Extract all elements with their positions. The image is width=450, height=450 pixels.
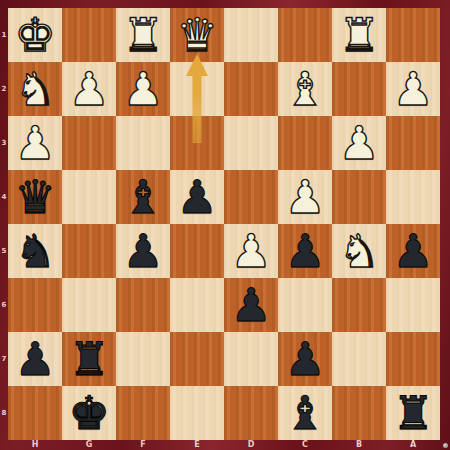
rank-label-6: 6 <box>0 278 8 332</box>
square-f1[interactable]: ♜ <box>116 8 170 62</box>
square-f3[interactable] <box>116 116 170 170</box>
piece-white-knight-b5[interactable]: ♞ <box>332 224 386 278</box>
square-b3[interactable]: ♟ <box>332 116 386 170</box>
square-e2[interactable] <box>170 62 224 116</box>
square-e4[interactable]: ♟ <box>170 170 224 224</box>
piece-white-pawn-b3[interactable]: ♟ <box>332 116 386 170</box>
square-h4[interactable]: ♛ <box>8 170 62 224</box>
rank-label-7: 7 <box>0 332 8 386</box>
piece-black-pawn-a5[interactable]: ♟ <box>386 224 440 278</box>
square-g6[interactable] <box>62 278 116 332</box>
square-g8[interactable]: ♚ <box>62 386 116 440</box>
square-a4[interactable] <box>386 170 440 224</box>
square-f4[interactable]: ♝ <box>116 170 170 224</box>
piece-black-pawn-d6[interactable]: ♟ <box>224 278 278 332</box>
square-h7[interactable]: ♟ <box>8 332 62 386</box>
piece-black-pawn-c7[interactable]: ♟ <box>278 332 332 386</box>
board: ♚♜♛♜♞♟♟♝♟♟♟♛♝♟♟♞♟♟♟♞♟♟♟♜♟♚♝♜ <box>8 8 440 440</box>
square-d4[interactable] <box>224 170 278 224</box>
rank-label-5: 5 <box>0 224 8 278</box>
rank-label-8: 8 <box>0 386 8 440</box>
file-label-f: F <box>116 440 170 450</box>
piece-black-pawn-e4[interactable]: ♟ <box>170 170 224 224</box>
square-g1[interactable] <box>62 8 116 62</box>
square-d1[interactable] <box>224 8 278 62</box>
piece-black-pawn-c5[interactable]: ♟ <box>278 224 332 278</box>
corner-dot <box>443 443 448 448</box>
square-e6[interactable] <box>170 278 224 332</box>
chess-board-window: ♚♜♛♜♞♟♟♝♟♟♟♛♝♟♟♞♟♟♟♞♟♟♟♜♟♚♝♜ 12345678 HG… <box>0 0 450 450</box>
square-d2[interactable] <box>224 62 278 116</box>
file-label-b: B <box>332 440 386 450</box>
square-c7[interactable]: ♟ <box>278 332 332 386</box>
rank-label-2: 2 <box>0 62 8 116</box>
square-f2[interactable]: ♟ <box>116 62 170 116</box>
file-label-c: C <box>278 440 332 450</box>
square-a7[interactable] <box>386 332 440 386</box>
square-h5[interactable]: ♞ <box>8 224 62 278</box>
square-d3[interactable] <box>224 116 278 170</box>
square-c6[interactable] <box>278 278 332 332</box>
piece-white-knight-h2[interactable]: ♞ <box>8 62 62 116</box>
piece-white-pawn-h3[interactable]: ♟ <box>8 116 62 170</box>
square-f8[interactable] <box>116 386 170 440</box>
file-label-d: D <box>224 440 278 450</box>
square-g2[interactable]: ♟ <box>62 62 116 116</box>
square-b8[interactable] <box>332 386 386 440</box>
square-a1[interactable] <box>386 8 440 62</box>
piece-white-pawn-c4[interactable]: ♟ <box>278 170 332 224</box>
square-a5[interactable]: ♟ <box>386 224 440 278</box>
square-g7[interactable]: ♜ <box>62 332 116 386</box>
piece-black-pawn-f5[interactable]: ♟ <box>116 224 170 278</box>
piece-black-king-g8[interactable]: ♚ <box>62 386 116 440</box>
piece-white-pawn-a2[interactable]: ♟ <box>386 62 440 116</box>
square-a3[interactable] <box>386 116 440 170</box>
square-h8[interactable] <box>8 386 62 440</box>
piece-black-knight-h5[interactable]: ♞ <box>8 224 62 278</box>
square-d7[interactable] <box>224 332 278 386</box>
rank-labels: 12345678 <box>0 8 8 440</box>
square-a2[interactable]: ♟ <box>386 62 440 116</box>
square-b2[interactable] <box>332 62 386 116</box>
square-f6[interactable] <box>116 278 170 332</box>
square-c1[interactable] <box>278 8 332 62</box>
square-a6[interactable] <box>386 278 440 332</box>
square-f7[interactable] <box>116 332 170 386</box>
square-f5[interactable]: ♟ <box>116 224 170 278</box>
rank-label-4: 4 <box>0 170 8 224</box>
piece-black-bishop-c8[interactable]: ♝ <box>278 386 332 440</box>
piece-white-rook-b1[interactable]: ♜ <box>332 8 386 62</box>
file-label-e: E <box>170 440 224 450</box>
square-e5[interactable] <box>170 224 224 278</box>
piece-white-bishop-c2[interactable]: ♝ <box>278 62 332 116</box>
square-g4[interactable] <box>62 170 116 224</box>
square-d6[interactable]: ♟ <box>224 278 278 332</box>
square-a8[interactable]: ♜ <box>386 386 440 440</box>
square-b1[interactable]: ♜ <box>332 8 386 62</box>
square-c8[interactable]: ♝ <box>278 386 332 440</box>
square-e3[interactable] <box>170 116 224 170</box>
file-label-a: A <box>386 440 440 450</box>
file-label-h: H <box>8 440 62 450</box>
file-labels: HGFEDCBA <box>8 440 440 450</box>
square-h1[interactable]: ♚ <box>8 8 62 62</box>
square-b4[interactable] <box>332 170 386 224</box>
square-b7[interactable] <box>332 332 386 386</box>
square-h6[interactable] <box>8 278 62 332</box>
piece-black-bishop-f4[interactable]: ♝ <box>116 170 170 224</box>
piece-white-rook-f1[interactable]: ♜ <box>116 8 170 62</box>
piece-white-pawn-d5[interactable]: ♟ <box>224 224 278 278</box>
square-b5[interactable]: ♞ <box>332 224 386 278</box>
piece-white-pawn-f2[interactable]: ♟ <box>116 62 170 116</box>
piece-black-queen-h4[interactable]: ♛ <box>8 170 62 224</box>
square-c5[interactable]: ♟ <box>278 224 332 278</box>
square-e7[interactable] <box>170 332 224 386</box>
square-c4[interactable]: ♟ <box>278 170 332 224</box>
rank-label-1: 1 <box>0 8 8 62</box>
square-e1[interactable]: ♛ <box>170 8 224 62</box>
piece-white-king-h1[interactable]: ♚ <box>8 8 62 62</box>
square-g3[interactable] <box>62 116 116 170</box>
square-e8[interactable] <box>170 386 224 440</box>
piece-black-pawn-h7[interactable]: ♟ <box>8 332 62 386</box>
square-c2[interactable]: ♝ <box>278 62 332 116</box>
square-c3[interactable] <box>278 116 332 170</box>
file-label-g: G <box>62 440 116 450</box>
piece-white-pawn-g2[interactable]: ♟ <box>62 62 116 116</box>
piece-black-rook-g7[interactable]: ♜ <box>62 332 116 386</box>
square-g5[interactable] <box>62 224 116 278</box>
square-b6[interactable] <box>332 278 386 332</box>
piece-black-rook-a8[interactable]: ♜ <box>386 386 440 440</box>
square-h2[interactable]: ♞ <box>8 62 62 116</box>
square-h3[interactable]: ♟ <box>8 116 62 170</box>
rank-label-3: 3 <box>0 116 8 170</box>
square-d5[interactable]: ♟ <box>224 224 278 278</box>
piece-white-queen-e1[interactable]: ♛ <box>170 8 224 62</box>
square-d8[interactable] <box>224 386 278 440</box>
